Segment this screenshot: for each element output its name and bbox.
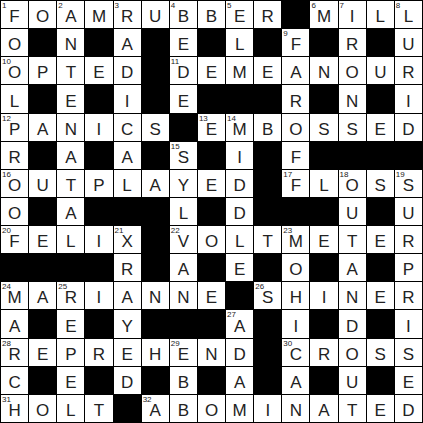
cell-letter: A [57,8,84,25]
block-cell-r2c5 [142,57,169,84]
block-cell-r11c9 [254,310,281,337]
cell-r10c9[interactable]: 26S [254,282,281,309]
cell-r12c2[interactable]: P [57,339,84,366]
cell-r0c5[interactable]: U [142,1,169,28]
cell-letter: H [1,402,28,419]
cell-r14c2[interactable]: L [57,395,84,422]
cell-letter: T [339,402,366,419]
cell-r7c12[interactable]: U [339,198,366,225]
cell-letter: F [282,177,309,194]
cell-r5c6[interactable]: 15S [170,142,197,169]
block-cell-r4c6 [170,114,197,141]
cell-r4c3[interactable]: I [85,114,112,141]
cell-letter: M [1,289,28,306]
cell-letter: U [395,36,422,53]
cell-letter: O [339,346,366,363]
cell-letter: L [367,8,394,25]
cell-r6c8[interactable]: D [226,170,253,197]
cell-letter: L [226,233,253,250]
cell-r14c9[interactable]: I [254,395,281,422]
block-cell-r9c9 [254,254,281,281]
cell-r5c10[interactable]: F [282,142,309,169]
block-cell-r9c7 [198,254,225,281]
cell-r14c7[interactable]: O [198,395,225,422]
cell-r0c6[interactable]: 4B [170,1,197,28]
cell-r6c13[interactable]: S [367,170,394,197]
cell-letter: I [310,289,337,306]
cell-r4c10[interactable]: O [282,114,309,141]
cell-letter: E [198,121,225,138]
cell-letter: S [142,121,169,138]
cell-r2c6[interactable]: 11D [170,57,197,84]
cell-r2c7[interactable]: E [198,57,225,84]
cell-r2c0[interactable]: 10O [1,57,28,84]
cell-r3c6[interactable]: E [170,85,197,112]
cell-r2c12[interactable]: O [339,57,366,84]
cell-r9c4[interactable]: R [114,254,141,281]
cell-r3c10[interactable]: R [282,85,309,112]
block-cell-r11c3 [85,310,112,337]
cell-letter: P [85,177,112,194]
cell-r3c2[interactable]: E [57,85,84,112]
cell-r12c14[interactable]: S [395,339,422,366]
cell-letter: O [339,64,366,81]
block-cell-r9c3 [85,254,112,281]
cell-r8c14[interactable]: R [395,226,422,253]
cell-r8c12[interactable]: T [339,226,366,253]
block-cell-r7c11 [310,198,337,225]
cell-letter: A [29,289,56,306]
cell-r5c4[interactable]: A [114,142,141,169]
cell-r11c0[interactable]: A [1,310,28,337]
cell-letter: E [170,93,197,110]
cell-r10c1[interactable]: A [29,282,56,309]
cell-letter: R [1,149,28,166]
cell-r8c8[interactable]: L [226,226,253,253]
cell-letter: I [85,289,112,306]
cell-r2c1[interactable]: P [29,57,56,84]
cell-letter: D [226,205,253,222]
cell-r14c0[interactable]: 31H [1,395,28,422]
block-cell-r11c1 [29,310,56,337]
cell-r0c7[interactable]: B [198,1,225,28]
cell-r12c3[interactable]: R [85,339,112,366]
cell-r8c1[interactable]: E [29,226,56,253]
block-cell-r5c11 [310,142,337,169]
block-cell-r5c5 [142,142,169,169]
cell-r0c13[interactable]: L [367,1,394,28]
cell-letter: A [114,36,141,53]
cell-r5c0[interactable]: R [1,142,28,169]
cell-letter: R [1,346,28,363]
cell-letter: C [1,374,28,391]
cell-letter: X [114,233,141,250]
cell-r8c13[interactable]: E [367,226,394,253]
cell-r10c14[interactable]: R [395,282,422,309]
cell-r8c4[interactable]: 21X [114,226,141,253]
cell-r6c10[interactable]: 17F [282,170,309,197]
cell-r0c4[interactable]: 3R [114,1,141,28]
block-cell-r7c13 [367,198,394,225]
cell-letter: L [57,233,84,250]
cell-r4c2[interactable]: N [57,114,84,141]
cell-r12c12[interactable]: O [339,339,366,366]
cell-letter: N [310,64,337,81]
block-cell-r13c11 [310,367,337,394]
cell-letter: O [198,402,225,419]
cell-letter: O [29,402,56,419]
block-cell-r7c10 [282,198,309,225]
cell-r4c1[interactable]: A [29,114,56,141]
cell-r6c1[interactable]: U [29,170,56,197]
cell-letter: E [29,346,56,363]
block-cell-r11c6 [170,310,197,337]
block-cell-r13c9 [254,367,281,394]
cell-r10c0[interactable]: 24M [1,282,28,309]
cell-letter: M [85,8,112,25]
cell-r13c10[interactable]: A [282,367,309,394]
cell-letter: O [1,64,28,81]
cell-r14c6[interactable]: B [170,395,197,422]
cell-r4c7[interactable]: 13E [198,114,225,141]
block-cell-r13c5 [142,367,169,394]
cell-r4c13[interactable]: E [367,114,394,141]
cell-r10c6[interactable]: N [170,282,197,309]
cell-r12c6[interactable]: 29E [170,339,197,366]
cell-r6c11[interactable]: L [310,170,337,197]
block-cell-r7c4 [114,198,141,225]
cell-letter: O [1,177,28,194]
cell-r12c8[interactable]: D [226,339,253,366]
cell-r13c4[interactable]: D [114,367,141,394]
cell-letter: L [310,177,337,194]
cell-r0c9[interactable]: R [254,1,281,28]
cell-letter: S [339,121,366,138]
cell-r7c8[interactable]: D [226,198,253,225]
cell-letter: I [282,318,309,335]
cell-r1c6[interactable]: E [170,29,197,56]
cell-letter: E [367,233,394,250]
cell-r14c1[interactable]: O [29,395,56,422]
cell-letter: E [198,64,225,81]
cell-letter: P [29,64,56,81]
block-cell-r7c3 [85,198,112,225]
cell-letter: L [1,93,28,110]
cell-r0c2[interactable]: 2A [57,1,84,28]
cell-letter: A [226,374,253,391]
cell-r1c14[interactable]: U [395,29,422,56]
cell-letter: D [114,374,141,391]
cell-r6c12[interactable]: 18O [339,170,366,197]
cell-r14c3[interactable]: T [85,395,112,422]
cell-r11c10[interactable]: I [282,310,309,337]
cell-r8c7[interactable]: O [198,226,225,253]
cell-letter: E [57,93,84,110]
cell-r0c0[interactable]: 1F [1,1,28,28]
block-cell-r7c7 [198,198,225,225]
block-cell-r7c1 [29,198,56,225]
cell-r11c14[interactable]: I [395,310,422,337]
cell-r12c10[interactable]: 30C [282,339,309,366]
cell-letter: E [226,8,253,25]
cell-r8c10[interactable]: 23M [282,226,309,253]
block-cell-r3c5 [142,85,169,112]
cell-r5c2[interactable]: A [57,142,84,169]
cell-letter: E [367,402,394,419]
cell-letter: T [85,402,112,419]
cell-r8c2[interactable]: L [57,226,84,253]
block-cell-r3c9 [254,85,281,112]
cell-letter: N [142,289,169,306]
block-cell-r5c12 [339,142,366,169]
cell-letter: S [395,177,422,194]
cell-r14c8[interactable]: M [226,395,253,422]
cell-letter: D [226,177,253,194]
cell-r2c13[interactable]: U [367,57,394,84]
cell-r3c12[interactable]: N [339,85,366,112]
block-cell-r14c4 [114,395,141,422]
block-cell-r13c13 [367,367,394,394]
cell-letter: E [198,289,225,306]
cell-r14c5[interactable]: 32A [142,395,169,422]
cell-r0c8[interactable]: 5E [226,1,253,28]
cell-letter: S [395,346,422,363]
cell-r1c12[interactable]: R [339,29,366,56]
cell-letter: A [1,318,28,335]
cell-r12c0[interactable]: 28R [1,339,28,366]
cell-r0c14[interactable]: 8L [395,1,422,28]
cell-letter: P [395,261,422,278]
cell-letter: N [282,402,309,419]
cell-r10c2[interactable]: 25R [57,282,84,309]
cell-r9c6[interactable]: A [170,254,197,281]
cell-r2c9[interactable]: E [254,57,281,84]
cell-r9c8[interactable]: E [226,254,253,281]
cell-letter: T [57,177,84,194]
cell-r1c2[interactable]: N [57,29,84,56]
cell-r13c6[interactable]: B [170,367,197,394]
cell-r14c14[interactable]: D [395,395,422,422]
cell-letter: N [198,346,225,363]
block-cell-r9c5 [142,254,169,281]
cell-letter: M [226,121,253,138]
cell-r10c11[interactable]: I [310,282,337,309]
block-cell-r3c11 [310,85,337,112]
block-cell-r13c7 [198,367,225,394]
cell-r12c13[interactable]: S [367,339,394,366]
cell-letter: D [170,64,197,81]
cell-r4c11[interactable]: S [310,114,337,141]
cell-r4c4[interactable]: C [114,114,141,141]
cell-letter: A [57,205,84,222]
cell-r12c11[interactable]: R [310,339,337,366]
cell-letter: B [198,8,225,25]
cell-r12c5[interactable]: H [142,339,169,366]
cell-r7c14[interactable]: U [395,198,422,225]
cell-r8c3[interactable]: I [85,226,112,253]
cell-r3c0[interactable]: L [1,85,28,112]
cell-r2c14[interactable]: R [395,57,422,84]
cell-r4c9[interactable]: B [254,114,281,141]
cell-r13c2[interactable]: E [57,367,84,394]
cell-letter: O [198,233,225,250]
cell-r14c12[interactable]: T [339,395,366,422]
cell-r11c12[interactable]: D [339,310,366,337]
cell-letter: O [282,261,309,278]
cell-r7c6[interactable]: L [170,198,197,225]
cell-r11c8[interactable]: 27A [226,310,253,337]
cell-r12c1[interactable]: E [29,339,56,366]
cell-letter: A [339,261,366,278]
cell-letter: U [339,374,366,391]
cell-letter: O [29,8,56,25]
block-cell-r5c7 [198,142,225,169]
cell-r10c5[interactable]: N [142,282,169,309]
cell-r2c11[interactable]: N [310,57,337,84]
cell-letter: R [57,289,84,306]
cell-letter: U [395,205,422,222]
cell-r14c10[interactable]: N [282,395,309,422]
cell-r9c12[interactable]: A [339,254,366,281]
cell-r13c14[interactable]: E [395,367,422,394]
cell-letter: O [1,205,28,222]
crossword-board: 1FO2AM3RU4BB5ER6M7IL8LONAEL9FRU10OPTED11… [0,0,423,423]
cell-r6c4[interactable]: L [114,170,141,197]
cell-r4c0[interactable]: 12P [1,114,28,141]
cell-letter: A [142,402,169,419]
cell-r6c7[interactable]: E [198,170,225,197]
cell-letter: R [114,8,141,25]
cell-r0c11[interactable]: 6M [310,1,337,28]
cell-r8c9[interactable]: T [254,226,281,253]
cell-r8c6[interactable]: 22V [170,226,197,253]
cell-letter: D [339,318,366,335]
cell-r14c13[interactable]: E [367,395,394,422]
block-cell-r1c1 [29,29,56,56]
cell-r14c11[interactable]: A [310,395,337,422]
cell-r2c4[interactable]: D [114,57,141,84]
cell-r0c12[interactable]: 7I [339,1,366,28]
cell-letter: D [114,64,141,81]
cell-letter: F [1,8,28,25]
cell-letter: E [395,374,422,391]
cell-r10c13[interactable]: E [367,282,394,309]
block-cell-r9c2 [57,254,84,281]
cell-r10c12[interactable]: N [339,282,366,309]
cell-r8c11[interactable]: E [310,226,337,253]
block-cell-r7c9 [254,198,281,225]
cell-letter: S [367,346,394,363]
block-cell-r11c11 [310,310,337,337]
block-cell-r9c1 [29,254,56,281]
block-cell-r1c3 [85,29,112,56]
cell-letter: P [57,346,84,363]
cell-r13c0[interactable]: C [1,367,28,394]
cell-letter: E [198,177,225,194]
cell-r10c7[interactable]: E [198,282,225,309]
cell-r1c8[interactable]: L [226,29,253,56]
cell-r1c10[interactable]: 9F [282,29,309,56]
cell-r3c4[interactable]: I [114,85,141,112]
cell-letter: M [226,64,253,81]
cell-r7c2[interactable]: A [57,198,84,225]
block-cell-r3c8 [226,85,253,112]
block-cell-r13c3 [85,367,112,394]
cell-letter: L [226,36,253,53]
cell-letter: E [170,36,197,53]
cell-letter: I [254,402,281,419]
cell-r7c0[interactable]: O [1,198,28,225]
cell-r4c8[interactable]: 14M [226,114,253,141]
cell-r3c14[interactable]: I [395,85,422,112]
block-cell-r7c5 [142,198,169,225]
cell-letter: S [367,177,394,194]
cell-r11c2[interactable]: E [57,310,84,337]
cell-letter: B [170,8,197,25]
cell-r2c10[interactable]: A [282,57,309,84]
cell-r13c12[interactable]: U [339,367,366,394]
block-cell-r9c13 [367,254,394,281]
cell-letter: E [254,64,281,81]
cell-r10c10[interactable]: H [282,282,309,309]
cell-r12c4[interactable]: E [114,339,141,366]
cell-letter: E [114,346,141,363]
cell-r13c8[interactable]: A [226,367,253,394]
cell-r0c3[interactable]: M [85,1,112,28]
cell-r10c3[interactable]: I [85,282,112,309]
cell-r9c10[interactable]: O [282,254,309,281]
cell-letter: I [395,318,422,335]
block-cell-r11c7 [198,310,225,337]
cell-r6c6[interactable]: Y [170,170,197,197]
cell-r2c2[interactable]: T [57,57,84,84]
cell-r6c14[interactable]: 19S [395,170,422,197]
cell-letter: R [395,289,422,306]
cell-r2c3[interactable]: E [85,57,112,84]
cell-r4c5[interactable]: S [142,114,169,141]
cell-r2c8[interactable]: M [226,57,253,84]
cell-letter: N [57,121,84,138]
cell-letter: R [339,36,366,53]
cell-letter: A [142,177,169,194]
cell-r10c4[interactable]: A [114,282,141,309]
cell-r8c0[interactable]: 20F [1,226,28,253]
cell-r6c5[interactable]: A [142,170,169,197]
cell-r5c8[interactable]: I [226,142,253,169]
cell-letter: B [170,374,197,391]
cell-letter: E [367,121,394,138]
cell-r11c4[interactable]: Y [114,310,141,337]
cell-r6c0[interactable]: 16O [1,170,28,197]
block-cell-r0c10 [282,1,309,28]
cell-r4c14[interactable]: D [395,114,422,141]
cell-r12c7[interactable]: N [198,339,225,366]
cell-r1c4[interactable]: A [114,29,141,56]
block-cell-r3c13 [367,85,394,112]
cell-letter: I [226,149,253,166]
cell-letter: A [310,402,337,419]
cell-letter: O [282,121,309,138]
cell-r4c12[interactable]: S [339,114,366,141]
cell-r0c1[interactable]: O [29,1,56,28]
cell-r6c2[interactable]: T [57,170,84,197]
block-cell-r3c3 [85,85,112,112]
cell-r9c14[interactable]: P [395,254,422,281]
block-cell-r11c5 [142,310,169,337]
cell-r6c3[interactable]: P [85,170,112,197]
cell-r1c0[interactable]: O [1,29,28,56]
block-cell-r11c13 [367,310,394,337]
